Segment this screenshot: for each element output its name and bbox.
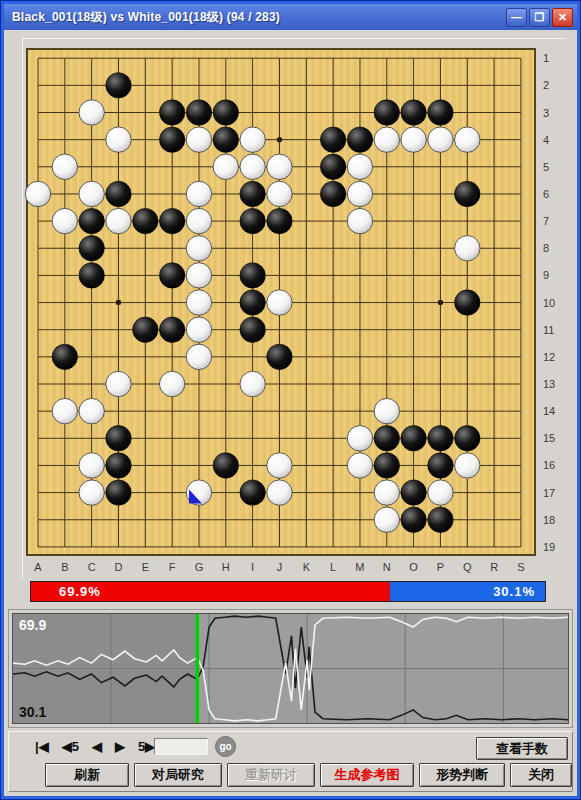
- stone-white: [347, 453, 372, 478]
- stone-white: [374, 480, 399, 505]
- stone-black: [52, 344, 77, 369]
- generate-reference-label: 生成参考图: [335, 766, 400, 784]
- stone-black: [401, 507, 426, 532]
- stone-white: [455, 453, 480, 478]
- stone-white: [347, 208, 372, 233]
- stone-white: [52, 208, 77, 233]
- stone-white: [240, 127, 265, 152]
- stone-black: [374, 100, 399, 125]
- stone-black: [213, 100, 238, 125]
- stone-black: [240, 290, 265, 315]
- svg-text:6: 6: [543, 188, 549, 200]
- svg-text:M: M: [355, 561, 364, 573]
- stone-white: [106, 127, 131, 152]
- nav-back-5-button[interactable]: ◀5: [62, 738, 79, 756]
- close-icon: ✕: [558, 11, 567, 24]
- action-buttons: 刷新对局研究重新研讨生成参考图形势判断关闭: [45, 763, 572, 787]
- stone-black: [106, 480, 131, 505]
- svg-text:17: 17: [543, 487, 555, 499]
- svg-text:12: 12: [543, 351, 555, 363]
- stone-white: [267, 181, 292, 206]
- re-discuss-button[interactable]: 重新研讨: [227, 763, 315, 787]
- go-board[interactable]: ABCDEFGHIJKLMNOPQRS123456789101112131415…: [0, 28, 581, 580]
- stone-white: [186, 236, 211, 261]
- stone-black: [240, 480, 265, 505]
- svg-text:4: 4: [543, 134, 549, 146]
- svg-text:10: 10: [543, 297, 555, 309]
- svg-text:2: 2: [543, 79, 549, 91]
- stone-black: [159, 317, 184, 342]
- black-winrate-segment: 69.9%: [31, 582, 390, 601]
- stone-black: [79, 208, 104, 233]
- view-moves-label: 查看手数: [496, 740, 548, 758]
- svg-text:19: 19: [543, 541, 555, 553]
- move-number-input[interactable]: [154, 738, 208, 755]
- stone-black: [79, 263, 104, 288]
- stone-black: [374, 426, 399, 451]
- stone-white: [186, 344, 211, 369]
- position-judgment-label: 形势判断: [436, 766, 488, 784]
- stone-white: [267, 154, 292, 179]
- stone-black: [240, 208, 265, 233]
- stone-white: [267, 480, 292, 505]
- go-button-label: go: [219, 741, 231, 752]
- app-window: Black_001(18级) vs White_001(18级) (94 / 2…: [0, 0, 581, 800]
- stone-black: [320, 181, 345, 206]
- white-winrate-segment: 30.1%: [390, 582, 545, 601]
- svg-text:16: 16: [543, 459, 555, 471]
- stone-white: [455, 236, 480, 261]
- stone-white: [428, 480, 453, 505]
- game-research-button[interactable]: 对局研究: [134, 763, 222, 787]
- winrate-graph-panel: 69.9 30.1: [8, 609, 573, 728]
- stone-white: [374, 507, 399, 532]
- svg-text:11: 11: [543, 324, 554, 336]
- nav-row: |◀◀5◀▶5▶▶| go 查看手数: [9, 735, 572, 759]
- svg-text:18: 18: [543, 514, 555, 526]
- svg-text:I: I: [251, 561, 254, 573]
- winrate-graph[interactable]: 69.9 30.1: [12, 613, 569, 724]
- winrate-bar: 69.9% 30.1%: [30, 581, 546, 602]
- stone-white: [186, 181, 211, 206]
- stone-black: [428, 507, 453, 532]
- stone-white: [186, 290, 211, 315]
- stone-black: [455, 181, 480, 206]
- stone-white: [374, 127, 399, 152]
- stone-white: [347, 181, 372, 206]
- svg-text:R: R: [490, 561, 498, 573]
- stone-white: [186, 317, 211, 342]
- stone-white: [240, 154, 265, 179]
- stone-black: [401, 426, 426, 451]
- nav-forward-5-button[interactable]: 5▶: [138, 738, 155, 756]
- stone-white: [455, 127, 480, 152]
- stone-white: [52, 398, 77, 423]
- svg-text:K: K: [303, 561, 311, 573]
- stone-white: [428, 127, 453, 152]
- refresh-label: 刷新: [74, 766, 100, 784]
- nav-back-button[interactable]: ◀: [92, 738, 102, 756]
- stone-white: [79, 100, 104, 125]
- refresh-button[interactable]: 刷新: [45, 763, 129, 787]
- stone-black: [240, 181, 265, 206]
- stone-white: [186, 263, 211, 288]
- stone-white: [401, 127, 426, 152]
- nav-first-button[interactable]: |◀: [35, 738, 49, 756]
- stone-black: [106, 426, 131, 451]
- stone-white: [52, 154, 77, 179]
- stone-black: [401, 480, 426, 505]
- svg-text:P: P: [437, 561, 444, 573]
- stone-white: [213, 154, 238, 179]
- go-button[interactable]: go: [215, 736, 236, 757]
- stone-white: [240, 371, 265, 396]
- svg-text:9: 9: [543, 269, 549, 281]
- stone-white: [267, 290, 292, 315]
- window-title: Black_001(18级) vs White_001(18级) (94 / 2…: [12, 9, 504, 26]
- stone-black: [428, 100, 453, 125]
- view-moves-button[interactable]: 查看手数: [476, 737, 568, 760]
- title-bar[interactable]: Black_001(18级) vs White_001(18级) (94 / 2…: [4, 4, 577, 30]
- control-panel: |◀◀5◀▶5▶▶| go 查看手数 刷新对局研究重新研讨生成参考图形势判断关闭: [8, 731, 573, 792]
- svg-text:J: J: [277, 561, 283, 573]
- stone-white: [374, 398, 399, 423]
- svg-text:5: 5: [543, 161, 549, 173]
- stone-black: [79, 236, 104, 261]
- svg-text:H: H: [222, 561, 230, 573]
- black-winrate-label: 69.9%: [59, 584, 101, 599]
- close-app-label: 关闭: [528, 766, 554, 784]
- minimize-icon: —: [511, 11, 522, 23]
- game-research-label: 对局研究: [152, 766, 204, 784]
- stone-black: [213, 127, 238, 152]
- stone-white: [79, 453, 104, 478]
- stone-black: [428, 426, 453, 451]
- svg-text:13: 13: [543, 378, 555, 390]
- svg-text:L: L: [330, 561, 336, 573]
- stone-white: [79, 181, 104, 206]
- white-winrate-label: 30.1%: [493, 584, 535, 599]
- svg-text:1: 1: [543, 52, 549, 64]
- stone-black: [106, 181, 131, 206]
- stone-black: [106, 73, 131, 98]
- stone-black: [428, 453, 453, 478]
- graph-black-winrate-label: 69.9: [19, 617, 46, 633]
- stone-white: [267, 453, 292, 478]
- svg-text:A: A: [34, 561, 42, 573]
- stone-white: [106, 371, 131, 396]
- stone-black: [240, 317, 265, 342]
- stone-black: [159, 100, 184, 125]
- stone-black: [213, 453, 238, 478]
- maximize-icon: ❐: [535, 11, 545, 24]
- nav-forward-button[interactable]: ▶: [115, 738, 125, 756]
- svg-text:15: 15: [543, 432, 555, 444]
- stone-white: [186, 127, 211, 152]
- close-button[interactable]: ✕: [552, 8, 573, 27]
- column-labels: ABCDEFGHIJKLMNOPQRS: [34, 561, 524, 573]
- svg-text:G: G: [195, 561, 204, 573]
- svg-text:B: B: [61, 561, 68, 573]
- svg-text:O: O: [409, 561, 418, 573]
- stone-white: [186, 208, 211, 233]
- stone-black: [374, 453, 399, 478]
- stone-white: [347, 154, 372, 179]
- svg-text:8: 8: [543, 242, 549, 254]
- re-discuss-label: 重新研讨: [245, 766, 297, 784]
- close-app-button[interactable]: 关闭: [510, 763, 572, 787]
- stone-white: [106, 208, 131, 233]
- stone-black: [455, 290, 480, 315]
- stone-black: [267, 208, 292, 233]
- stone-black: [133, 208, 158, 233]
- stone-black: [320, 127, 345, 152]
- stone-white: [159, 371, 184, 396]
- stone-black: [401, 100, 426, 125]
- stone-white: [79, 398, 104, 423]
- stone-white: [25, 181, 50, 206]
- maximize-button[interactable]: ❐: [529, 8, 550, 27]
- minimize-button[interactable]: —: [506, 8, 527, 27]
- position-judgment-button[interactable]: 形势判断: [419, 763, 505, 787]
- stone-black: [133, 317, 158, 342]
- svg-text:C: C: [88, 561, 96, 573]
- stone-black: [159, 127, 184, 152]
- svg-text:N: N: [383, 561, 391, 573]
- stone-white: [79, 480, 104, 505]
- stone-black: [240, 263, 265, 288]
- stone-black: [106, 453, 131, 478]
- svg-text:7: 7: [543, 215, 549, 227]
- stone-white: [347, 426, 372, 451]
- stone-black: [186, 100, 211, 125]
- row-labels: 12345678910111213141516171819: [543, 52, 555, 553]
- svg-text:D: D: [115, 561, 123, 573]
- svg-text:3: 3: [543, 107, 549, 119]
- svg-text:14: 14: [543, 405, 555, 417]
- svg-text:Q: Q: [463, 561, 472, 573]
- svg-text:E: E: [142, 561, 149, 573]
- stone-black: [347, 127, 372, 152]
- graph-white-winrate-label: 30.1: [19, 704, 46, 720]
- stone-black: [320, 154, 345, 179]
- generate-reference-button[interactable]: 生成参考图: [320, 763, 414, 787]
- stone-black: [159, 263, 184, 288]
- stone-black: [455, 426, 480, 451]
- stone-black: [159, 208, 184, 233]
- svg-text:F: F: [169, 561, 176, 573]
- stone-black: [267, 344, 292, 369]
- svg-text:S: S: [517, 561, 524, 573]
